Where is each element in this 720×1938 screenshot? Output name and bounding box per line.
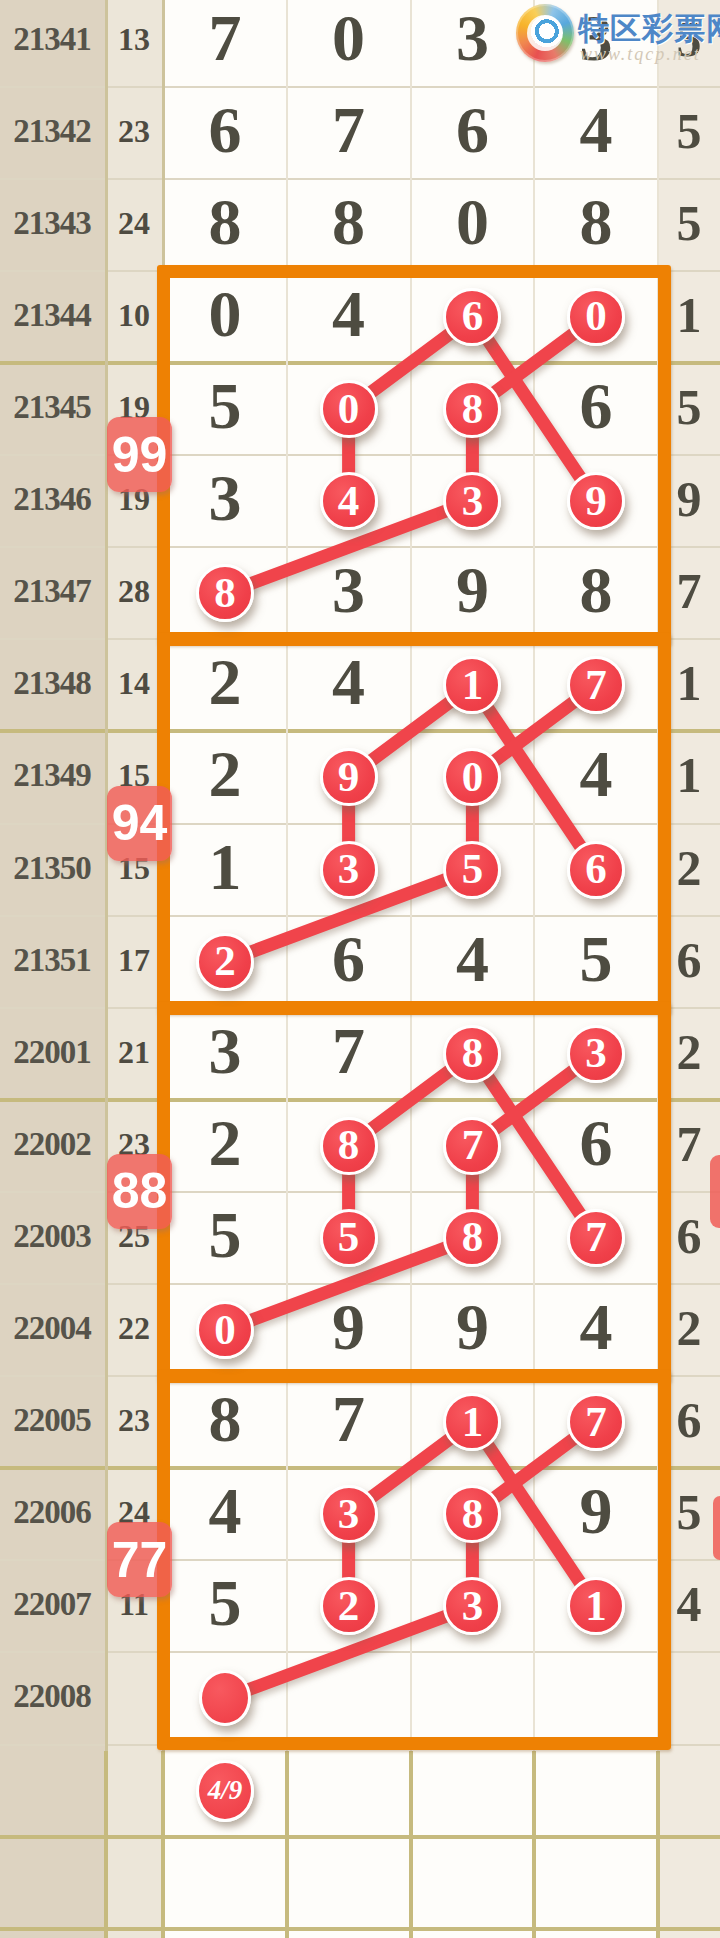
logo-swirl-icon: [516, 4, 574, 62]
digit-cell: 5: [208, 1565, 241, 1641]
right-value-cell: 9: [677, 470, 702, 528]
digit-cell: 4: [456, 921, 489, 997]
circled-digit-value: 2: [338, 1584, 360, 1627]
sum-cell: 24: [118, 205, 150, 242]
circled-digit: 3: [320, 1485, 378, 1543]
circled-digit-value: 7: [585, 663, 607, 706]
digit-cell: 2: [208, 1105, 241, 1181]
circled-digit: 3: [567, 1025, 625, 1083]
digit-cell: 7: [332, 1381, 365, 1457]
site-logo: 特区彩票网 www.tqcp.net: [514, 2, 720, 68]
circled-digit-value: 0: [585, 295, 607, 338]
right-value-cell: 5: [677, 1483, 702, 1541]
group-badge: 77: [107, 1522, 172, 1597]
right-value-cell: 4: [677, 1575, 702, 1633]
digit-cell: 9: [580, 1473, 613, 1549]
right-value-cell: 5: [677, 378, 702, 436]
circled-digit-value: 0: [214, 1308, 236, 1351]
digit-cell: 8: [580, 184, 613, 260]
circled-digit-value: 3: [462, 1584, 484, 1627]
digit-cell: 8: [208, 1381, 241, 1457]
circled-digit-value: 6: [585, 847, 607, 890]
circled-digit: 7: [443, 1117, 501, 1175]
digit-cell: 7: [208, 0, 241, 76]
circled-digit: 6: [443, 288, 501, 346]
digit-cell: 7: [332, 92, 365, 168]
circled-digit-value: 4: [338, 479, 360, 522]
circled-digit: 6: [567, 841, 625, 899]
circled-digit-value: 1: [585, 1584, 607, 1627]
digit-cell: 9: [456, 1289, 489, 1365]
circled-digit: 7: [567, 1209, 625, 1267]
group-badge: 88: [107, 1154, 172, 1229]
period-cell: 21347: [13, 573, 91, 610]
circled-digit-value: 2: [214, 939, 236, 982]
digit-cell: 2: [208, 644, 241, 720]
circled-digit: 9: [567, 472, 625, 530]
digit-cell: 0: [208, 276, 241, 352]
circled-digit-value: 8: [462, 387, 484, 430]
digit-cell: 2: [208, 736, 241, 812]
right-value-cell: 6: [677, 1207, 702, 1265]
digit-cell: 5: [208, 1197, 241, 1273]
digit-cell: 6: [208, 92, 241, 168]
digit-cell: 3: [456, 0, 489, 76]
digit-cell: 6: [580, 368, 613, 444]
period-cell: 21349: [13, 757, 91, 794]
digit-cell: 4: [332, 644, 365, 720]
circled-digit-value: 5: [462, 847, 484, 890]
circled-digit-value: 8: [462, 1216, 484, 1259]
digit-cell: 4: [332, 276, 365, 352]
digit-cell: 1: [208, 829, 241, 905]
digit-cell: 4: [580, 736, 613, 812]
logo-watermark-url: www.tqcp.net: [580, 44, 701, 65]
circled-digit-value: 8: [462, 1031, 484, 1074]
period-cell: 21342: [13, 113, 91, 150]
right-value-cell: 7: [677, 1115, 702, 1173]
circled-digit: 2: [320, 1577, 378, 1635]
sum-cell: 21: [118, 1034, 150, 1071]
circled-digit-value: 1: [462, 1400, 484, 1443]
sum-cell: 22: [118, 1310, 150, 1347]
period-cell: 22002: [13, 1126, 91, 1163]
sum-cell: 23: [118, 1402, 150, 1439]
prediction-marker: [199, 1670, 251, 1726]
circled-digit-value: 3: [462, 479, 484, 522]
circled-digit: 8: [320, 1117, 378, 1175]
digit-cell: 5: [580, 921, 613, 997]
digit-cell: 6: [456, 92, 489, 168]
circled-digit-value: 3: [338, 847, 360, 890]
right-value-cell: 5: [677, 101, 702, 159]
period-cell: 21350: [13, 850, 91, 887]
right-value-cell: 6: [677, 930, 702, 988]
sum-cell: 28: [118, 573, 150, 610]
period-cell: 21344: [13, 297, 91, 334]
circled-digit-value: 3: [585, 1031, 607, 1074]
period-cell: 21345: [13, 389, 91, 426]
digit-cell: 3: [208, 1013, 241, 1089]
period-cell: 21343: [13, 205, 91, 242]
circled-digit-value: 5: [338, 1216, 360, 1259]
sum-cell: 17: [118, 942, 150, 979]
circled-digit: 8: [196, 564, 254, 622]
right-value-cell: 2: [677, 1299, 702, 1357]
circled-digit-value: 0: [338, 387, 360, 430]
circled-digit: 7: [567, 1393, 625, 1451]
circled-digit: 5: [443, 841, 501, 899]
period-cell: 22007: [13, 1586, 91, 1623]
circled-digit-value: 7: [585, 1216, 607, 1259]
right-value-cell: 2: [677, 1022, 702, 1080]
right-value-cell: 2: [677, 838, 702, 896]
circled-digit-value: 9: [585, 479, 607, 522]
right-value-cell: 1: [677, 746, 702, 804]
digit-cell: 8: [580, 552, 613, 628]
circled-digit-value: 3: [338, 1492, 360, 1535]
digit-cell: 7: [332, 1013, 365, 1089]
footer-ratio-badge: 4/9: [196, 1760, 254, 1822]
circled-digit: 5: [320, 1209, 378, 1267]
right-value-cell: 1: [677, 286, 702, 344]
circled-digit-value: 6: [462, 295, 484, 338]
period-cell: 21351: [13, 942, 91, 979]
period-cell: 22003: [13, 1218, 91, 1255]
digit-cell: 8: [208, 184, 241, 260]
circled-digit-value: 8: [214, 571, 236, 614]
digit-cell: 4: [208, 1473, 241, 1549]
circled-digit-value: 1: [462, 663, 484, 706]
circled-digit-value: 9: [338, 755, 360, 798]
digit-cell: 0: [456, 184, 489, 260]
circled-digit: 8: [443, 1025, 501, 1083]
circled-digit: 3: [320, 841, 378, 899]
period-cell: 22001: [13, 1034, 91, 1071]
circled-digit: 0: [320, 380, 378, 438]
period-cell: 21348: [13, 665, 91, 702]
digit-cell: 3: [208, 460, 241, 536]
right-value-cell: 1: [677, 654, 702, 712]
circled-digit: 0: [196, 1301, 254, 1359]
circled-digit: 2: [196, 933, 254, 991]
period-cell: 22005: [13, 1402, 91, 1439]
digit-cell: 4: [580, 92, 613, 168]
right-value-cell: 6: [677, 1391, 702, 1449]
right-edge-badge-fragment: [713, 1496, 720, 1560]
sum-cell: 23: [118, 113, 150, 150]
circled-digit-value: 0: [462, 755, 484, 798]
right-edge-badge-fragment: [710, 1155, 720, 1228]
right-value-cell: 5: [677, 194, 702, 252]
digit-cell: 3: [332, 552, 365, 628]
circled-digit: 9: [320, 748, 378, 806]
sum-cell: 10: [118, 297, 150, 334]
group-badge: 94: [107, 786, 172, 861]
sum-cell: 13: [118, 21, 150, 58]
digit-cell: 9: [332, 1289, 365, 1365]
digit-cell: 6: [332, 921, 365, 997]
digit-cell: 9: [456, 552, 489, 628]
circled-digit-value: 8: [462, 1492, 484, 1535]
group-badge: 99: [107, 417, 172, 492]
period-cell: 22008: [13, 1678, 91, 1715]
circled-digit-value: 7: [462, 1123, 484, 1166]
digit-cell: 4: [580, 1289, 613, 1365]
lottery-trend-chart: 2134113703352134223676452134324880852134…: [0, 0, 720, 1938]
period-cell: 22006: [13, 1494, 91, 1531]
period-cell: 22004: [13, 1310, 91, 1347]
sum-cell: 14: [118, 665, 150, 702]
circled-digit-value: 7: [585, 1400, 607, 1443]
digit-cell: 8: [332, 184, 365, 260]
right-value-cell: 7: [677, 562, 702, 620]
circled-digit: 8: [443, 1209, 501, 1267]
digit-cell: 5: [208, 368, 241, 444]
circled-digit-value: 8: [338, 1123, 360, 1166]
period-cell: 21346: [13, 481, 91, 518]
circled-digit: 0: [567, 288, 625, 346]
circled-digit: 4: [320, 472, 378, 530]
digit-cell: 6: [580, 1105, 613, 1181]
period-cell: 21341: [13, 21, 91, 58]
digit-cell: 0: [332, 0, 365, 76]
